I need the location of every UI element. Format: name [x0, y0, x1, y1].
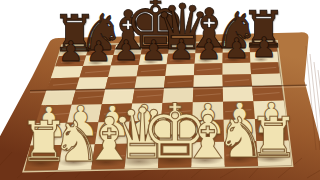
square-d5	[135, 76, 166, 89]
square-d7	[139, 54, 168, 65]
square-f1	[191, 142, 224, 168]
square-g2	[224, 119, 257, 142]
square-b5	[76, 77, 108, 90]
square-a8	[59, 45, 90, 56]
square-h5	[251, 74, 282, 87]
square-f3	[192, 102, 223, 121]
square-h3	[253, 101, 286, 120]
square-c2	[95, 122, 130, 145]
square-g8	[223, 42, 250, 53]
square-c6	[108, 65, 139, 77]
square-a6	[51, 66, 83, 78]
square-b1	[58, 144, 95, 170]
square-e8	[168, 43, 196, 54]
square-a2	[30, 123, 67, 146]
square-b3	[67, 104, 102, 123]
chess-photo-stage: ♜♞♝♚♛♝♞♜♟♟♟♟♟♟♟♟♟♟♟♟♟♟♟♟♜♞♝♛♚♝♞♜	[0, 0, 320, 180]
square-b7	[83, 55, 114, 66]
square-f7	[195, 53, 223, 64]
square-g6	[223, 63, 252, 75]
square-c8	[114, 44, 143, 55]
square-d1	[125, 143, 160, 169]
chess-board	[0, 0, 320, 180]
square-e2	[160, 120, 193, 143]
square-h7	[250, 52, 278, 63]
square-h1	[256, 140, 291, 166]
square-e6	[165, 64, 194, 76]
square-d3	[130, 103, 163, 122]
square-f5	[193, 75, 222, 88]
